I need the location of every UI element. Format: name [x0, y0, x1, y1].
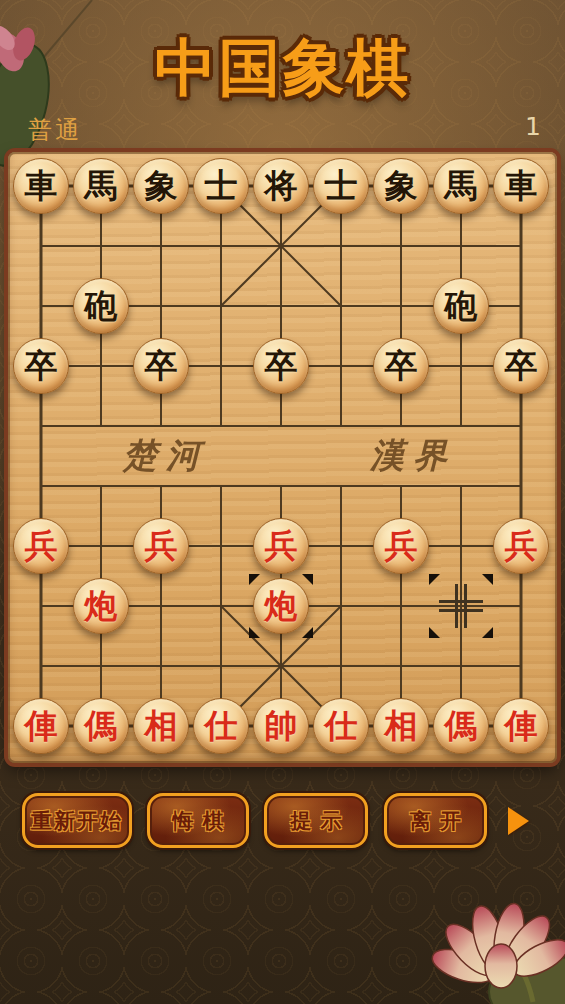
- piece-red-cannon[interactable]: 炮: [253, 578, 309, 634]
- crosshair-icon: [455, 584, 458, 628]
- piece-black-soldier[interactable]: 卒: [133, 338, 189, 394]
- last-move-from-marker: [429, 574, 493, 638]
- piece-black-soldier[interactable]: 卒: [13, 338, 69, 394]
- piece-red-advisor[interactable]: 仕: [313, 698, 369, 754]
- board-grid: [8, 152, 557, 763]
- river-label-han-border: 漢界: [358, 433, 468, 479]
- piece-red-advisor[interactable]: 仕: [193, 698, 249, 754]
- piece-red-soldier[interactable]: 兵: [13, 518, 69, 574]
- piece-red-elephant[interactable]: 相: [133, 698, 189, 754]
- piece-red-general[interactable]: 帥: [253, 698, 309, 754]
- piece-red-elephant[interactable]: 相: [373, 698, 429, 754]
- piece-black-cannon[interactable]: 砲: [433, 278, 489, 334]
- piece-black-horse[interactable]: 馬: [73, 158, 129, 214]
- restart-button[interactable]: 重新开始: [22, 793, 132, 848]
- river-label-chu-river: 楚河: [111, 433, 221, 479]
- move-counter: 1: [525, 112, 541, 141]
- piece-red-soldier[interactable]: 兵: [133, 518, 189, 574]
- undo-move-button[interactable]: 悔棋: [147, 793, 249, 848]
- piece-black-general[interactable]: 将: [253, 158, 309, 214]
- piece-black-horse[interactable]: 馬: [433, 158, 489, 214]
- piece-black-elephant[interactable]: 象: [133, 158, 189, 214]
- lotus-decoration-bottom-right: [405, 884, 565, 1004]
- toolbar: 重新开始 悔棋 提示 离开: [22, 793, 529, 848]
- piece-black-soldier[interactable]: 卒: [253, 338, 309, 394]
- leave-button[interactable]: 离开: [384, 793, 487, 848]
- piece-red-chariot[interactable]: 俥: [13, 698, 69, 754]
- piece-red-soldier[interactable]: 兵: [373, 518, 429, 574]
- hint-button[interactable]: 提示: [264, 793, 368, 848]
- piece-red-cannon[interactable]: 炮: [73, 578, 129, 634]
- app-title: 中国象棋: [0, 26, 565, 110]
- piece-red-soldier[interactable]: 兵: [493, 518, 549, 574]
- piece-black-chariot[interactable]: 車: [493, 158, 549, 214]
- piece-black-chariot[interactable]: 車: [13, 158, 69, 214]
- more-buttons-arrow-icon[interactable]: [508, 807, 529, 835]
- marker-corner-icon: [482, 574, 493, 585]
- marker-corner-icon: [429, 627, 440, 638]
- marker-corner-icon: [249, 574, 260, 585]
- piece-black-cannon[interactable]: 砲: [73, 278, 129, 334]
- piece-black-soldier[interactable]: 卒: [493, 338, 549, 394]
- piece-red-horse[interactable]: 傌: [433, 698, 489, 754]
- marker-corner-icon: [302, 574, 313, 585]
- piece-red-horse[interactable]: 傌: [73, 698, 129, 754]
- xiangqi-board[interactable]: 楚河 漢界 車馬象士将士象馬車砲砲卒卒卒卒卒兵兵兵兵兵炮炮俥傌相仕帥仕相傌俥: [8, 152, 557, 763]
- crosshair-icon: [439, 609, 483, 612]
- difficulty-label[interactable]: 普通: [28, 114, 82, 151]
- crosshair-icon: [439, 600, 483, 603]
- piece-black-soldier[interactable]: 卒: [373, 338, 429, 394]
- marker-corner-icon: [482, 627, 493, 638]
- piece-black-advisor[interactable]: 士: [193, 158, 249, 214]
- marker-corner-icon: [249, 627, 260, 638]
- marker-corner-icon: [302, 627, 313, 638]
- piece-red-chariot[interactable]: 俥: [493, 698, 549, 754]
- crosshair-icon: [464, 584, 467, 628]
- piece-red-soldier[interactable]: 兵: [253, 518, 309, 574]
- piece-black-advisor[interactable]: 士: [313, 158, 369, 214]
- piece-black-elephant[interactable]: 象: [373, 158, 429, 214]
- marker-corner-icon: [429, 574, 440, 585]
- app-root: 中国象棋 普通 1 楚河 漢界 車馬象士将士象馬車砲砲卒卒卒卒卒兵兵兵兵兵炮炮俥…: [0, 0, 565, 1004]
